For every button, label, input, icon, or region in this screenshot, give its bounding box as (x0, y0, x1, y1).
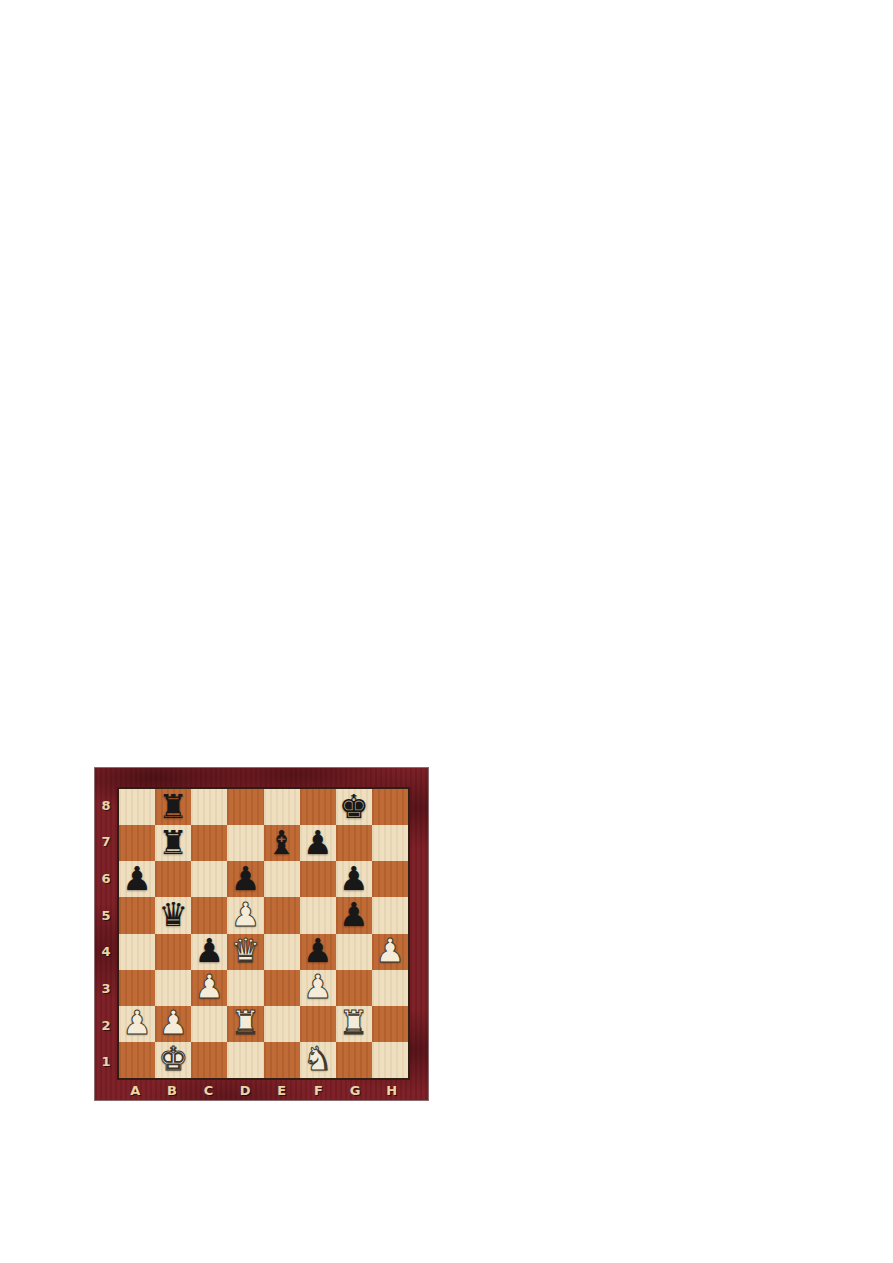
square-a7[interactable] (119, 825, 155, 861)
square-e4[interactable] (264, 934, 300, 970)
file-label-e: E (264, 1080, 301, 1100)
square-g7[interactable] (336, 825, 372, 861)
black-bishop-piece: ♝ (267, 826, 297, 859)
square-a4[interactable] (119, 934, 155, 970)
chess-board: 87654321 ♜♚♜♝♟♟♟♟♛♟♟♟♛♟♟♟♟♟♟♜♜♚♞ ABCDEFG… (95, 768, 428, 1100)
square-f4[interactable]: ♟ (300, 934, 336, 970)
black-rook-piece: ♜ (158, 826, 188, 859)
square-a3[interactable] (119, 970, 155, 1006)
square-f7[interactable]: ♟ (300, 825, 336, 861)
square-d8[interactable] (227, 789, 263, 825)
square-f1[interactable]: ♞ (300, 1042, 336, 1078)
file-label-f: F (300, 1080, 337, 1100)
black-king-piece: ♚ (339, 790, 369, 823)
square-b3[interactable] (155, 970, 191, 1006)
square-d7[interactable] (227, 825, 263, 861)
file-label-a: A (117, 1080, 154, 1100)
square-e6[interactable] (264, 861, 300, 897)
square-f8[interactable] (300, 789, 336, 825)
square-b5[interactable]: ♛ (155, 897, 191, 933)
white-pawn-piece: ♟ (195, 970, 225, 1003)
white-pawn-piece: ♟ (158, 1006, 188, 1039)
square-a2[interactable]: ♟ (119, 1006, 155, 1042)
rank-label-3: 3 (95, 970, 117, 1007)
square-c1[interactable] (191, 1042, 227, 1078)
file-label-h: H (373, 1080, 410, 1100)
rank-label-1: 1 (95, 1043, 117, 1080)
square-c5[interactable] (191, 897, 227, 933)
white-pawn-piece: ♟ (303, 970, 333, 1003)
square-b7[interactable]: ♜ (155, 825, 191, 861)
square-e8[interactable] (264, 789, 300, 825)
square-e1[interactable] (264, 1042, 300, 1078)
square-d5[interactable]: ♟ (227, 897, 263, 933)
square-h3[interactable] (372, 970, 408, 1006)
square-f3[interactable]: ♟ (300, 970, 336, 1006)
square-d3[interactable] (227, 970, 263, 1006)
square-a6[interactable]: ♟ (119, 861, 155, 897)
square-c3[interactable]: ♟ (191, 970, 227, 1006)
square-g3[interactable] (336, 970, 372, 1006)
square-c8[interactable] (191, 789, 227, 825)
white-rook-piece: ♜ (339, 1006, 369, 1039)
white-knight-piece: ♞ (303, 1042, 333, 1075)
square-d2[interactable]: ♜ (227, 1006, 263, 1042)
square-g8[interactable]: ♚ (336, 789, 372, 825)
square-g5[interactable]: ♟ (336, 897, 372, 933)
square-d6[interactable]: ♟ (227, 861, 263, 897)
file-label-d: D (227, 1080, 264, 1100)
square-d1[interactable] (227, 1042, 263, 1078)
square-b2[interactable]: ♟ (155, 1006, 191, 1042)
square-e5[interactable] (264, 897, 300, 933)
square-h7[interactable] (372, 825, 408, 861)
square-d4[interactable]: ♛ (227, 934, 263, 970)
black-pawn-piece: ♟ (303, 826, 333, 859)
square-b6[interactable] (155, 861, 191, 897)
rank-label-4: 4 (95, 934, 117, 971)
black-rook-piece: ♜ (158, 790, 188, 823)
square-h4[interactable]: ♟ (372, 934, 408, 970)
file-label-g: G (337, 1080, 374, 1100)
rank-label-5: 5 (95, 897, 117, 934)
square-f2[interactable] (300, 1006, 336, 1042)
rank-labels: 87654321 (95, 787, 117, 1080)
square-g2[interactable]: ♜ (336, 1006, 372, 1042)
black-pawn-piece: ♟ (303, 934, 333, 967)
black-pawn-piece: ♟ (339, 862, 369, 895)
white-rook-piece: ♜ (231, 1006, 261, 1039)
rank-label-7: 7 (95, 824, 117, 861)
black-pawn-piece: ♟ (231, 862, 261, 895)
file-label-b: B (154, 1080, 191, 1100)
rank-label-6: 6 (95, 860, 117, 897)
square-h8[interactable] (372, 789, 408, 825)
square-e3[interactable] (264, 970, 300, 1006)
board-grid: ♜♚♜♝♟♟♟♟♛♟♟♟♛♟♟♟♟♟♟♜♜♚♞ (119, 789, 408, 1078)
square-b1[interactable]: ♚ (155, 1042, 191, 1078)
white-pawn-piece: ♟ (231, 898, 261, 931)
square-b8[interactable]: ♜ (155, 789, 191, 825)
square-a1[interactable] (119, 1042, 155, 1078)
square-g4[interactable] (336, 934, 372, 970)
square-e2[interactable] (264, 1006, 300, 1042)
square-h6[interactable] (372, 861, 408, 897)
board-playing-area: ♜♚♜♝♟♟♟♟♛♟♟♟♛♟♟♟♟♟♟♜♜♚♞ (117, 787, 410, 1080)
rank-label-2: 2 (95, 1007, 117, 1044)
square-h2[interactable] (372, 1006, 408, 1042)
square-c6[interactable] (191, 861, 227, 897)
black-pawn-piece: ♟ (339, 898, 369, 931)
black-pawn-piece: ♟ (195, 934, 225, 967)
file-labels: ABCDEFGH (117, 1080, 410, 1100)
white-pawn-piece: ♟ (375, 934, 405, 967)
rank-label-8: 8 (95, 787, 117, 824)
file-label-c: C (190, 1080, 227, 1100)
square-c4[interactable]: ♟ (191, 934, 227, 970)
square-h1[interactable] (372, 1042, 408, 1078)
square-b4[interactable] (155, 934, 191, 970)
white-pawn-piece: ♟ (122, 1006, 152, 1039)
white-queen-piece: ♛ (231, 934, 261, 967)
document-page: 87654321 ♜♚♜♝♟♟♟♟♛♟♟♟♛♟♟♟♟♟♟♜♜♚♞ ABCDEFG… (0, 0, 893, 1263)
square-e7[interactable]: ♝ (264, 825, 300, 861)
square-f5[interactable] (300, 897, 336, 933)
black-queen-piece: ♛ (158, 898, 188, 931)
square-a5[interactable] (119, 897, 155, 933)
black-pawn-piece: ♟ (122, 862, 152, 895)
square-g6[interactable]: ♟ (336, 861, 372, 897)
square-g1[interactable] (336, 1042, 372, 1078)
square-a8[interactable] (119, 789, 155, 825)
white-king-piece: ♚ (158, 1042, 188, 1075)
square-f6[interactable] (300, 861, 336, 897)
square-c2[interactable] (191, 1006, 227, 1042)
square-c7[interactable] (191, 825, 227, 861)
square-h5[interactable] (372, 897, 408, 933)
